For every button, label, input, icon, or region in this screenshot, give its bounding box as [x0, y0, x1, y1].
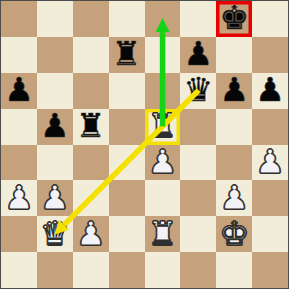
square-e4[interactable]: ♟	[145, 145, 181, 181]
square-f8[interactable]	[180, 1, 216, 37]
square-a2[interactable]	[1, 216, 37, 252]
black-king-g8[interactable]: ♚	[219, 1, 249, 34]
square-h5[interactable]	[252, 109, 288, 145]
square-a5[interactable]	[1, 109, 37, 145]
white-pawn-g3[interactable]: ♟	[219, 181, 249, 214]
square-c7[interactable]	[73, 37, 109, 73]
black-pawn-b5[interactable]: ♟	[40, 109, 70, 142]
square-g1[interactable]	[216, 252, 252, 288]
square-f3[interactable]	[180, 180, 216, 216]
white-pawn-e4[interactable]: ♟	[148, 145, 178, 178]
square-a1[interactable]	[1, 252, 37, 288]
black-pawn-f7[interactable]: ♟	[184, 37, 214, 70]
square-c4[interactable]	[73, 145, 109, 181]
square-h8[interactable]	[252, 1, 288, 37]
square-c1[interactable]	[73, 252, 109, 288]
square-c6[interactable]	[73, 73, 109, 109]
white-pawn-c2[interactable]: ♟	[76, 217, 106, 250]
square-a8[interactable]	[1, 1, 37, 37]
square-e6[interactable]	[145, 73, 181, 109]
white-king-g2[interactable]: ♚	[219, 217, 249, 250]
square-e2[interactable]: ♜	[145, 216, 181, 252]
square-f5[interactable]	[180, 109, 216, 145]
square-h7[interactable]	[252, 37, 288, 73]
square-g5[interactable]	[216, 109, 252, 145]
square-g8[interactable]: ♚	[216, 1, 252, 37]
square-d8[interactable]	[109, 1, 145, 37]
square-b6[interactable]	[37, 73, 73, 109]
white-pawn-b3[interactable]: ♟	[40, 181, 70, 214]
white-queen-b2[interactable]: ♛	[40, 217, 70, 250]
square-e1[interactable]	[145, 252, 181, 288]
square-c3[interactable]	[73, 180, 109, 216]
square-e7[interactable]	[145, 37, 181, 73]
square-g6[interactable]: ♟	[216, 73, 252, 109]
square-f4[interactable]	[180, 145, 216, 181]
square-h6[interactable]: ♟	[252, 73, 288, 109]
black-queen-f6[interactable]: ♛	[184, 73, 214, 106]
square-f7[interactable]: ♟	[180, 37, 216, 73]
square-g4[interactable]	[216, 145, 252, 181]
square-d2[interactable]	[109, 216, 145, 252]
black-rook-c5[interactable]: ♜	[76, 109, 106, 142]
square-b2[interactable]: ♛	[37, 216, 73, 252]
square-h3[interactable]	[252, 180, 288, 216]
square-d1[interactable]	[109, 252, 145, 288]
square-c8[interactable]	[73, 1, 109, 37]
black-rook-d7[interactable]: ♜	[112, 37, 142, 70]
square-d6[interactable]	[109, 73, 145, 109]
square-b3[interactable]: ♟	[37, 180, 73, 216]
square-d7[interactable]: ♜	[109, 37, 145, 73]
square-c5[interactable]: ♜	[73, 109, 109, 145]
black-pawn-h6[interactable]: ♟	[255, 73, 285, 106]
black-pawn-g6[interactable]: ♟	[219, 73, 249, 106]
square-b7[interactable]	[37, 37, 73, 73]
square-g3[interactable]: ♟	[216, 180, 252, 216]
square-h2[interactable]	[252, 216, 288, 252]
square-g7[interactable]	[216, 37, 252, 73]
white-pawn-a3[interactable]: ♟	[4, 181, 34, 214]
square-h1[interactable]	[252, 252, 288, 288]
square-f1[interactable]	[180, 252, 216, 288]
square-h4[interactable]: ♟	[252, 145, 288, 181]
square-d4[interactable]	[109, 145, 145, 181]
square-a3[interactable]: ♟	[1, 180, 37, 216]
square-d3[interactable]	[109, 180, 145, 216]
square-f6[interactable]: ♛	[180, 73, 216, 109]
chessboard-screenshot: ♚♜♟♟♛♟♟♟♜♜♟♟♟♟♟♛♟♜♚	[0, 0, 289, 289]
square-c2[interactable]: ♟	[73, 216, 109, 252]
chess-board: ♚♜♟♟♛♟♟♟♜♜♟♟♟♟♟♛♟♜♚	[0, 0, 289, 289]
white-rook-e5[interactable]: ♜	[148, 109, 178, 142]
black-pawn-a6[interactable]: ♟	[4, 73, 34, 106]
square-b1[interactable]	[37, 252, 73, 288]
white-pawn-h4[interactable]: ♟	[255, 145, 285, 178]
square-e5[interactable]: ♜	[145, 109, 181, 145]
square-a4[interactable]	[1, 145, 37, 181]
square-e3[interactable]	[145, 180, 181, 216]
square-f2[interactable]	[180, 216, 216, 252]
square-b4[interactable]	[37, 145, 73, 181]
square-g2[interactable]: ♚	[216, 216, 252, 252]
square-b8[interactable]	[37, 1, 73, 37]
square-d5[interactable]	[109, 109, 145, 145]
square-a6[interactable]: ♟	[1, 73, 37, 109]
square-b5[interactable]: ♟	[37, 109, 73, 145]
white-rook-e2[interactable]: ♜	[148, 217, 178, 250]
square-e8[interactable]	[145, 1, 181, 37]
square-a7[interactable]	[1, 37, 37, 73]
